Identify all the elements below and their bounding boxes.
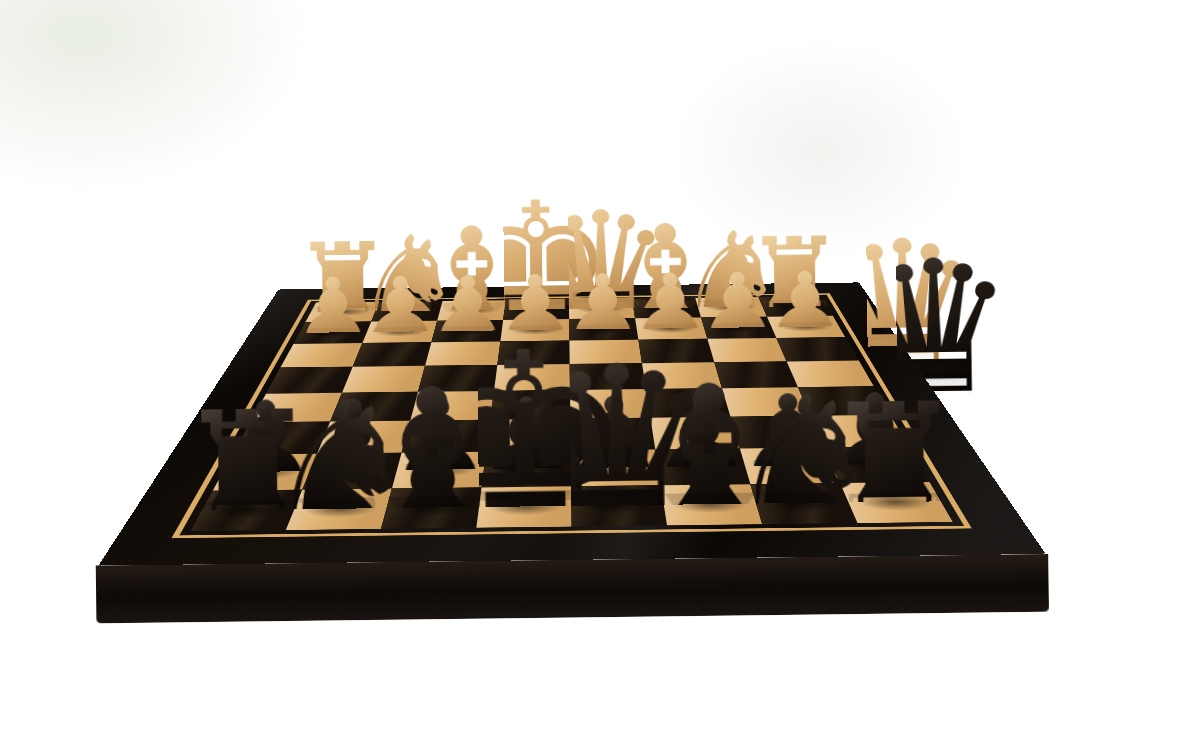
square-b8 [750,483,857,524]
square-g3 [353,342,432,366]
chess-board: ♜♜♞♞♝♝♚♚♛♛♝♝♞♞♜♜♟♟♟♟♟♟♟♟♟♟♟♟♟♟♟♟♟♟♟♟♟♟♟♟… [98,282,1045,565]
square-b7 [740,448,840,485]
square-f5 [410,391,494,421]
square-d7 [571,450,661,487]
square-a6 [811,415,909,448]
square-c5 [646,388,730,418]
square-a1 [758,296,833,316]
square-b4 [714,361,798,388]
background-faint-shape [670,40,970,260]
square-h3 [280,343,362,368]
square-f2 [431,320,503,342]
board-front-edge [96,554,1049,624]
square-b1 [695,297,767,317]
square-c6 [650,417,739,450]
square-g7 [302,453,401,490]
black-queen-spare-2: ♛♛ [895,137,973,430]
square-f4 [418,365,497,392]
square-a3 [776,337,859,361]
square-c7 [655,449,750,486]
square-d4 [570,363,646,390]
square-d8 [571,485,667,526]
square-e8 [476,486,571,527]
square-d1 [569,299,635,319]
square-d2 [569,318,638,340]
square-d5 [570,389,650,419]
square-h8 [190,490,302,532]
square-e7 [482,451,572,488]
square-h4 [266,367,353,394]
square-a8 [840,482,953,523]
square-f3 [425,341,500,365]
square-c3 [638,339,714,363]
white-queen-spare-1: ♛♛ [865,123,939,402]
square-c8 [661,484,763,525]
square-h5 [250,393,342,423]
square-f8 [381,487,482,529]
square-h2 [293,321,371,343]
chess-set-photo: ♜♜♞♞♝♝♚♚♛♛♝♝♞♞♜♜♟♟♟♟♟♟♟♟♟♟♟♟♟♟♟♟♟♟♟♟♟♟♟♟… [0,0,1200,751]
square-g6 [317,421,410,454]
square-b6 [730,416,824,449]
square-e1 [503,299,569,319]
square-c2 [635,317,707,339]
square-g2 [362,321,437,343]
square-b2 [701,317,776,339]
square-h6 [232,422,330,455]
square-f6 [402,420,491,453]
queen-glyph: ♛ [823,217,981,393]
square-g8 [286,489,392,531]
square-b5 [722,387,811,417]
square-e2 [500,319,569,341]
square-g4 [342,366,425,393]
square-a5 [798,386,891,415]
square-h7 [213,454,317,491]
background-foliage-blur [0,0,310,190]
square-b3 [707,338,786,362]
square-c1 [632,298,701,318]
square-g5 [330,392,418,422]
square-a7 [824,446,929,483]
square-f1 [437,300,506,320]
square-a2 [767,316,845,338]
square-e4 [494,364,570,391]
square-e6 [486,419,571,452]
square-d3 [569,340,642,364]
square-e3 [497,341,569,365]
square-a4 [787,361,874,388]
square-h1 [305,302,379,323]
square-e5 [490,390,570,420]
square-f7 [392,452,486,489]
square-c4 [642,362,722,389]
square-g1 [371,301,442,322]
square-d6 [570,418,655,451]
